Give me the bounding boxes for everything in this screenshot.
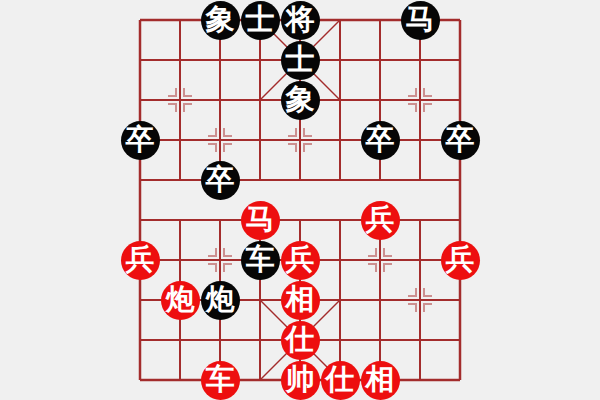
piece-black-soldier[interactable]: 卒: [361, 121, 400, 160]
xiangqi-board: 象士将马士象卒卒卒卒马兵兵车兵兵炮炮相仕车帅仕相: [0, 0, 600, 400]
piece-red-general[interactable]: 帅: [281, 361, 320, 400]
piece-black-horse[interactable]: 马: [401, 1, 440, 40]
piece-red-soldier[interactable]: 兵: [441, 241, 480, 280]
piece-black-soldier[interactable]: 卒: [201, 161, 240, 200]
piece-black-cannon[interactable]: 炮: [201, 281, 240, 320]
piece-red-elephant[interactable]: 相: [281, 281, 320, 320]
piece-black-chariot[interactable]: 车: [241, 241, 280, 280]
piece-red-advisor[interactable]: 仕: [281, 321, 320, 360]
piece-red-advisor[interactable]: 仕: [321, 361, 360, 400]
piece-red-cannon[interactable]: 炮: [161, 281, 200, 320]
piece-black-elephant[interactable]: 象: [281, 81, 320, 120]
piece-red-horse[interactable]: 马: [241, 201, 280, 240]
piece-black-soldier[interactable]: 卒: [121, 121, 160, 160]
piece-red-soldier[interactable]: 兵: [281, 241, 320, 280]
piece-red-soldier[interactable]: 兵: [361, 201, 400, 240]
piece-red-chariot[interactable]: 车: [201, 361, 240, 400]
piece-black-advisor[interactable]: 士: [281, 41, 320, 80]
piece-black-elephant[interactable]: 象: [201, 1, 240, 40]
pieces-layer: 象士将马士象卒卒卒卒马兵兵车兵兵炮炮相仕车帅仕相: [120, 0, 480, 400]
piece-black-advisor[interactable]: 士: [241, 1, 280, 40]
piece-red-soldier[interactable]: 兵: [121, 241, 160, 280]
piece-red-elephant[interactable]: 相: [361, 361, 400, 400]
piece-black-general[interactable]: 将: [281, 1, 320, 40]
piece-black-soldier[interactable]: 卒: [441, 121, 480, 160]
